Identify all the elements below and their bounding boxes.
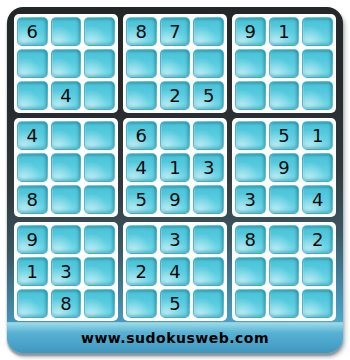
cell-r7c4[interactable] [126,225,157,254]
block-8: 3245 [123,222,227,321]
cell-r5c7[interactable] [235,153,266,182]
block-7: 9138 [14,222,118,321]
cell-r9c1[interactable] [17,289,48,318]
cell-r3c6[interactable]: 5 [193,81,224,110]
cell-r6c9[interactable]: 4 [302,185,333,214]
cell-r1c7[interactable]: 9 [235,17,266,46]
cell-r9c4[interactable] [126,289,157,318]
cell-r6c1[interactable]: 8 [17,185,48,214]
site-link[interactable]: www.sudokusweb.com [81,330,269,346]
cell-r3c9[interactable] [302,81,333,110]
cell-r1c1[interactable]: 6 [17,17,48,46]
cell-r5c1[interactable] [17,153,48,182]
cell-r5c2[interactable] [51,153,82,182]
cell-r7c1[interactable]: 9 [17,225,48,254]
cell-r2c2[interactable] [51,49,82,78]
cell-r3c7[interactable] [235,81,266,110]
cell-r7c9[interactable]: 2 [302,225,333,254]
cell-r5c6[interactable]: 3 [193,153,224,182]
block-9: 82 [232,222,336,321]
cell-r4c5[interactable] [160,121,191,150]
cell-r4c6[interactable] [193,121,224,150]
cell-r6c5[interactable]: 9 [160,185,191,214]
cell-r8c4[interactable]: 2 [126,257,157,286]
cell-r3c5[interactable]: 2 [160,81,191,110]
cell-r2c6[interactable] [193,49,224,78]
cell-r6c3[interactable] [84,185,115,214]
cell-r2c3[interactable] [84,49,115,78]
cell-r6c8[interactable] [269,185,300,214]
cell-r8c8[interactable] [269,257,300,286]
sudoku-board: 6487259148641359519349138324582 [14,14,336,321]
cell-r7c5[interactable]: 3 [160,225,191,254]
cell-r5c5[interactable]: 1 [160,153,191,182]
cell-r2c8[interactable] [269,49,300,78]
cell-r1c3[interactable] [84,17,115,46]
cell-r4c2[interactable] [51,121,82,150]
cell-r2c9[interactable] [302,49,333,78]
cell-r8c9[interactable] [302,257,333,286]
cell-r1c8[interactable]: 1 [269,17,300,46]
cell-r2c5[interactable] [160,49,191,78]
cell-r4c9[interactable]: 1 [302,121,333,150]
cell-r6c7[interactable]: 3 [235,185,266,214]
cell-r2c4[interactable] [126,49,157,78]
cell-r8c5[interactable]: 4 [160,257,191,286]
cell-r8c2[interactable]: 3 [51,257,82,286]
footer-bar: www.sudokusweb.com [7,322,343,353]
cell-r1c2[interactable] [51,17,82,46]
cell-r4c1[interactable]: 4 [17,121,48,150]
cell-r9c8[interactable] [269,289,300,318]
cell-r8c3[interactable] [84,257,115,286]
block-4: 48 [14,118,118,217]
cell-r4c4[interactable]: 6 [126,121,157,150]
cell-r3c8[interactable] [269,81,300,110]
cell-r8c1[interactable]: 1 [17,257,48,286]
cell-r9c3[interactable] [84,289,115,318]
cell-r2c1[interactable] [17,49,48,78]
cell-r5c8[interactable]: 9 [269,153,300,182]
cell-r6c2[interactable] [51,185,82,214]
cell-r9c9[interactable] [302,289,333,318]
sudoku-board-frame: 6487259148641359519349138324582 www.sudo… [7,7,343,353]
cell-r5c3[interactable] [84,153,115,182]
cell-r7c8[interactable] [269,225,300,254]
cell-r7c2[interactable] [51,225,82,254]
cell-r7c6[interactable] [193,225,224,254]
block-1: 64 [14,14,118,113]
cell-r1c4[interactable]: 8 [126,17,157,46]
cell-r4c8[interactable]: 5 [269,121,300,150]
cell-r2c7[interactable] [235,49,266,78]
cell-r4c7[interactable] [235,121,266,150]
block-3: 91 [232,14,336,113]
cell-r5c9[interactable] [302,153,333,182]
cell-r3c2[interactable]: 4 [51,81,82,110]
cell-r6c4[interactable]: 5 [126,185,157,214]
cell-r3c1[interactable] [17,81,48,110]
cell-r7c7[interactable]: 8 [235,225,266,254]
cell-r7c3[interactable] [84,225,115,254]
block-6: 51934 [232,118,336,217]
block-5: 641359 [123,118,227,217]
cell-r9c2[interactable]: 8 [51,289,82,318]
cell-r3c3[interactable] [84,81,115,110]
cell-r1c9[interactable] [302,17,333,46]
cell-r9c5[interactable]: 5 [160,289,191,318]
cell-r4c3[interactable] [84,121,115,150]
cell-r5c4[interactable]: 4 [126,153,157,182]
cell-r9c7[interactable] [235,289,266,318]
cell-r6c6[interactable] [193,185,224,214]
cell-r1c5[interactable]: 7 [160,17,191,46]
cell-r1c6[interactable] [193,17,224,46]
cell-r9c6[interactable] [193,289,224,318]
cell-r3c4[interactable] [126,81,157,110]
block-2: 8725 [123,14,227,113]
cell-r8c6[interactable] [193,257,224,286]
cell-r8c7[interactable] [235,257,266,286]
page: 6487259148641359519349138324582 www.sudo… [0,0,350,360]
